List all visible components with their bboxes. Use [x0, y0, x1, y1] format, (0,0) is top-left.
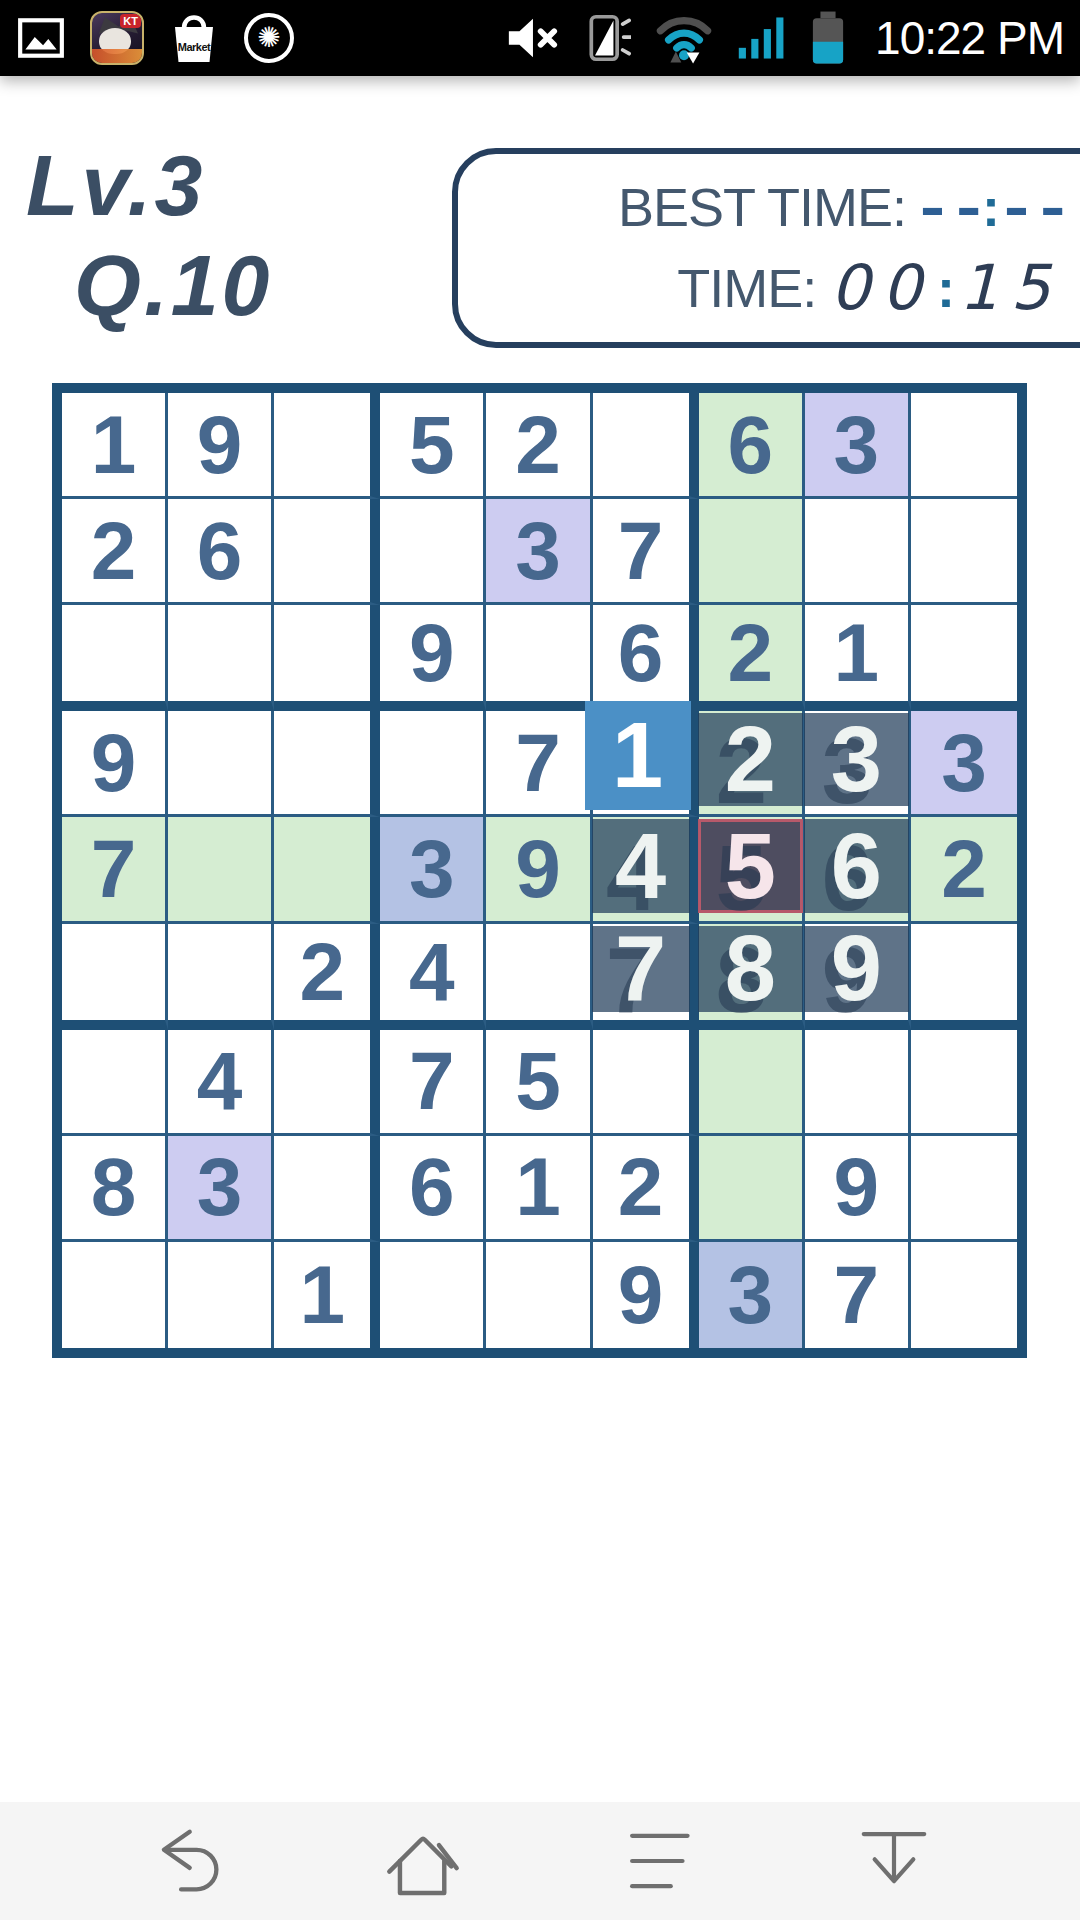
- cell-digit: 7: [834, 1254, 880, 1336]
- cell-r8c2[interactable]: 3: [168, 1136, 274, 1242]
- cell-r4c6[interactable]: 1: [593, 711, 699, 817]
- cell-r4c7[interactable]: 2: [699, 711, 805, 817]
- cell-r8c8[interactable]: 9: [805, 1136, 911, 1242]
- cell-digit: 7: [515, 722, 561, 804]
- cell-digit: 9: [515, 828, 561, 910]
- cell-r1c5[interactable]: 2: [486, 393, 592, 499]
- time-panel: BEST TIME: --:-- TIME: 00:15: [452, 148, 1080, 348]
- cell-r3c9[interactable]: [911, 605, 1017, 711]
- best-time-value: --:--: [920, 172, 1062, 241]
- cell-r9c8[interactable]: 7: [805, 1242, 911, 1348]
- cell-r3c8[interactable]: 1: [805, 605, 911, 711]
- cell-r5c2[interactable]: [168, 817, 274, 923]
- cell-r4c2[interactable]: [168, 711, 274, 817]
- cell-digit: 6: [409, 1146, 455, 1228]
- cell-r3c2[interactable]: [168, 605, 274, 711]
- cell-digit: 7: [618, 510, 664, 592]
- level-label: Lv.3: [26, 142, 205, 228]
- cell-r5c6[interactable]: 4: [593, 817, 699, 923]
- wifi-icon: [655, 11, 713, 65]
- cell-r9c5[interactable]: [486, 1242, 592, 1348]
- game-app-icon: KT: [90, 11, 144, 65]
- cell-r1c7[interactable]: 6: [699, 393, 805, 499]
- question-label: Q.10: [74, 242, 272, 328]
- cell-r6c8[interactable]: 9: [805, 924, 911, 1030]
- cell-digit: 9: [409, 612, 455, 694]
- cell-r5c4[interactable]: 3: [380, 817, 486, 923]
- cell-digit: 6: [727, 404, 773, 486]
- signal-icon: [737, 13, 787, 63]
- cell-r3c5[interactable]: [486, 605, 592, 711]
- cell-r4c8[interactable]: 3: [805, 711, 911, 817]
- cell-digit: 2: [618, 1146, 664, 1228]
- cell-r8c3[interactable]: [274, 1136, 380, 1242]
- cell-r5c3[interactable]: [274, 817, 380, 923]
- cell-r4c5[interactable]: 7: [486, 711, 592, 817]
- cell-r7c2[interactable]: 4: [168, 1030, 274, 1136]
- cell-r4c9[interactable]: 3: [911, 711, 1017, 817]
- cell-digit: 6: [618, 612, 664, 694]
- cell-digit: 7: [91, 828, 137, 910]
- cell-r8c4[interactable]: 6: [380, 1136, 486, 1242]
- cell-digit: 7: [409, 1040, 455, 1122]
- cell-r7c5[interactable]: 5: [486, 1030, 592, 1136]
- cell-r9c4[interactable]: [380, 1242, 486, 1348]
- cell-r1c9[interactable]: [911, 393, 1017, 499]
- cell-r7c9[interactable]: [911, 1030, 1017, 1136]
- cell-r2c6[interactable]: 7: [593, 499, 699, 605]
- battery-icon: [811, 10, 845, 66]
- numpad-1[interactable]: 1: [585, 701, 691, 810]
- cell-r1c2[interactable]: 9: [168, 393, 274, 499]
- nav-bar: [0, 1802, 1080, 1920]
- back-icon[interactable]: [140, 1819, 236, 1903]
- cell-digit: 3: [727, 1254, 773, 1336]
- cell-r1c3[interactable]: [274, 393, 380, 499]
- time-value: 00:15: [830, 251, 1062, 324]
- sudoku-grid: 1952632637962197123373945622478947583612…: [52, 383, 1027, 1358]
- cell-digit: 3: [941, 722, 987, 804]
- cell-digit: 5: [515, 1040, 561, 1122]
- cell-r7c8[interactable]: [805, 1030, 911, 1136]
- app-icon-badge: KT: [120, 14, 141, 28]
- cell-r9c3[interactable]: 1: [274, 1242, 380, 1348]
- cell-r5c7[interactable]: 5: [699, 817, 805, 923]
- cell-r6c7[interactable]: 8: [699, 924, 805, 1030]
- cell-r9c1[interactable]: [62, 1242, 168, 1348]
- numpad-9[interactable]: 9: [804, 926, 909, 1012]
- cell-digit: 3: [197, 1146, 243, 1228]
- cell-digit: 4: [409, 931, 455, 1013]
- cell-digit: 5: [409, 404, 455, 486]
- numpad-7[interactable]: 7: [592, 926, 690, 1012]
- cell-r3c1[interactable]: [62, 605, 168, 711]
- cell-r2c5[interactable]: 3: [486, 499, 592, 605]
- mute-icon: [505, 14, 559, 62]
- time-label: TIME:: [677, 257, 816, 319]
- cell-r6c9[interactable]: [911, 924, 1017, 1030]
- cell-digit: 9: [834, 1146, 880, 1228]
- cell-digit: 2: [515, 404, 561, 486]
- cell-digit: 3: [515, 510, 561, 592]
- cell-r1c4[interactable]: 5: [380, 393, 486, 499]
- cell-r6c1[interactable]: [62, 924, 168, 1030]
- cell-r2c4[interactable]: [380, 499, 486, 605]
- screen: KT Market ✺: [0, 0, 1080, 1920]
- numpad-8[interactable]: 8: [698, 926, 803, 1012]
- cell-r8c5[interactable]: 1: [486, 1136, 592, 1242]
- cell-digit: 9: [197, 404, 243, 486]
- best-time-row: BEST TIME: --:--: [458, 172, 1062, 241]
- numpad-2[interactable]: 2: [698, 713, 803, 806]
- cell-r6c4[interactable]: 4: [380, 924, 486, 1030]
- cell-r3c7[interactable]: 2: [699, 605, 805, 711]
- cell-r5c9[interactable]: 2: [911, 817, 1017, 923]
- cell-digit: 4: [197, 1040, 243, 1122]
- cell-digit: 1: [299, 1254, 345, 1336]
- cell-digit: 6: [197, 510, 243, 592]
- cell-r3c6[interactable]: 6: [593, 605, 699, 711]
- status-bar-right: 10:22 PM: [505, 10, 1064, 66]
- cell-r8c1[interactable]: 8: [62, 1136, 168, 1242]
- cell-r7c3[interactable]: [274, 1030, 380, 1136]
- cell-r1c1[interactable]: 1: [62, 393, 168, 499]
- cell-r2c3[interactable]: [274, 499, 380, 605]
- cell-digit: 9: [91, 722, 137, 804]
- cell-r8c9[interactable]: [911, 1136, 1017, 1242]
- cell-r7c6[interactable]: [593, 1030, 699, 1136]
- cell-r5c5[interactable]: 9: [486, 817, 592, 923]
- cell-digit: 8: [91, 1146, 137, 1228]
- cell-r8c6[interactable]: 2: [593, 1136, 699, 1242]
- cell-r6c6[interactable]: 7: [593, 924, 699, 1030]
- cell-digit: 2: [91, 510, 137, 592]
- cell-r2c1[interactable]: 2: [62, 499, 168, 605]
- cell-r6c5[interactable]: [486, 924, 592, 1030]
- numpad-6[interactable]: 6: [804, 819, 909, 912]
- cell-digit: 1: [515, 1146, 561, 1228]
- cell-r9c6[interactable]: 9: [593, 1242, 699, 1348]
- cell-r4c4[interactable]: [380, 711, 486, 817]
- cell-r5c8[interactable]: 6: [805, 817, 911, 923]
- market-icon: Market: [168, 10, 220, 66]
- vibrate-icon: [583, 11, 631, 65]
- cell-digit: 2: [941, 828, 987, 910]
- cell-r5c1[interactable]: 7: [62, 817, 168, 923]
- cell-r2c2[interactable]: 6: [168, 499, 274, 605]
- cell-r2c9[interactable]: [911, 499, 1017, 605]
- cell-digit: 2: [299, 931, 345, 1013]
- cell-r7c1[interactable]: [62, 1030, 168, 1136]
- time-row: TIME: 00:15: [458, 251, 1062, 324]
- cell-digit: 1: [834, 612, 880, 694]
- status-bar: KT Market ✺: [0, 0, 1080, 76]
- numpad-3[interactable]: 3: [804, 713, 909, 806]
- cell-r9c2[interactable]: [168, 1242, 274, 1348]
- best-time-label: BEST TIME:: [618, 176, 906, 238]
- numpad-4[interactable]: 4: [592, 819, 690, 912]
- menu-icon[interactable]: [611, 1819, 707, 1903]
- cell-r4c1[interactable]: 9: [62, 711, 168, 817]
- cell-r3c3[interactable]: [274, 605, 380, 711]
- shutter-glyph: ✺: [257, 24, 280, 52]
- cell-r1c8[interactable]: 3: [805, 393, 911, 499]
- cell-r7c4[interactable]: 7: [380, 1030, 486, 1136]
- home-icon[interactable]: [375, 1819, 471, 1903]
- cell-r6c2[interactable]: [168, 924, 274, 1030]
- cell-digit: 2: [727, 612, 773, 694]
- numpad-5[interactable]: 5: [698, 819, 803, 912]
- cell-digit: 9: [618, 1254, 664, 1336]
- cell-r9c9[interactable]: [911, 1242, 1017, 1348]
- cell-r8c7[interactable]: [699, 1136, 805, 1242]
- status-bar-left: KT Market ✺: [16, 10, 294, 66]
- cell-r4c3[interactable]: [274, 711, 380, 817]
- app-icon-art: [92, 49, 144, 63]
- market-icon-label: Market: [168, 41, 220, 53]
- gallery-icon: [16, 13, 66, 63]
- cell-r3c4[interactable]: 9: [380, 605, 486, 711]
- cell-r6c3[interactable]: 2: [274, 924, 380, 1030]
- cell-r7c7[interactable]: [699, 1030, 805, 1136]
- cell-r9c7[interactable]: 3: [699, 1242, 805, 1348]
- cell-digit: 3: [834, 404, 880, 486]
- status-clock: 10:22 PM: [875, 11, 1064, 65]
- pulldown-icon[interactable]: [846, 1819, 942, 1903]
- cell-r2c7[interactable]: [699, 499, 805, 605]
- shutter-icon: ✺: [244, 13, 294, 63]
- cell-r1c6[interactable]: [593, 393, 699, 499]
- cell-digit: 3: [409, 828, 455, 910]
- cell-digit: 1: [91, 404, 137, 486]
- cell-r2c8[interactable]: [805, 499, 911, 605]
